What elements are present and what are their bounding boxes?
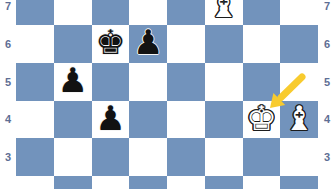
square-h3[interactable] xyxy=(280,138,318,176)
piece-white-bishop[interactable]: ♝ xyxy=(208,0,238,24)
square-g7[interactable] xyxy=(243,0,281,25)
square-e7[interactable] xyxy=(167,0,205,25)
rank-label-left-5: 5 xyxy=(0,75,16,89)
piece-black-pawn[interactable]: ♟ xyxy=(57,62,87,99)
rank-label-right-6: 6 xyxy=(318,37,336,51)
rank-label-left-6: 6 xyxy=(0,37,16,51)
square-c7[interactable] xyxy=(92,0,130,25)
square-d5[interactable] xyxy=(129,63,167,101)
square-a7[interactable] xyxy=(16,0,54,25)
square-c5[interactable] xyxy=(92,63,130,101)
square-e5[interactable] xyxy=(167,63,205,101)
square-b2[interactable] xyxy=(54,176,92,189)
square-g5[interactable] xyxy=(243,63,281,101)
square-c3[interactable] xyxy=(92,138,130,176)
square-g6[interactable] xyxy=(243,25,281,63)
square-a4[interactable] xyxy=(16,101,54,139)
rank-label-right-7: 7 xyxy=(318,0,336,13)
square-f6[interactable] xyxy=(205,25,243,63)
square-h5[interactable] xyxy=(280,63,318,101)
square-e6[interactable] xyxy=(167,25,205,63)
rank-label-left-4: 4 xyxy=(0,112,16,126)
square-b6[interactable] xyxy=(54,25,92,63)
square-h7[interactable] xyxy=(280,0,318,25)
square-d4[interactable] xyxy=(129,101,167,139)
square-h4[interactable]: ♝ xyxy=(280,101,318,139)
square-a5[interactable] xyxy=(16,63,54,101)
square-e3[interactable] xyxy=(167,138,205,176)
rank-label-right-5: 5 xyxy=(318,75,336,89)
piece-black-king[interactable]: ♚ xyxy=(95,24,125,61)
square-f4[interactable] xyxy=(205,101,243,139)
piece-black-pawn[interactable]: ♟ xyxy=(133,24,163,61)
square-g2[interactable] xyxy=(243,176,281,189)
chess-board: ♝♚♟♟♟♚♝ xyxy=(16,0,318,189)
square-c2[interactable] xyxy=(92,176,130,189)
square-d6[interactable]: ♟ xyxy=(129,25,167,63)
rank-label-right-3: 3 xyxy=(318,150,336,164)
square-b7[interactable] xyxy=(54,0,92,25)
square-d2[interactable] xyxy=(129,176,167,189)
chess-diagram: ♝♚♟♟♟♚♝ 7654376543 xyxy=(0,0,336,189)
square-f7[interactable]: ♝ xyxy=(205,0,243,25)
square-f3[interactable] xyxy=(205,138,243,176)
square-a2[interactable] xyxy=(16,176,54,189)
square-b3[interactable] xyxy=(54,138,92,176)
square-b5[interactable]: ♟ xyxy=(54,63,92,101)
rank-label-right-4: 4 xyxy=(318,112,336,126)
piece-black-pawn[interactable]: ♟ xyxy=(95,100,125,137)
square-c6[interactable]: ♚ xyxy=(92,25,130,63)
square-h2[interactable] xyxy=(280,176,318,189)
rank-label-left-7: 7 xyxy=(0,0,16,13)
square-e4[interactable] xyxy=(167,101,205,139)
square-f2[interactable] xyxy=(205,176,243,189)
rank-label-left-3: 3 xyxy=(0,150,16,164)
square-c4[interactable]: ♟ xyxy=(92,101,130,139)
square-d7[interactable] xyxy=(129,0,167,25)
square-b4[interactable] xyxy=(54,101,92,139)
piece-white-king[interactable]: ♚ xyxy=(246,100,276,137)
square-a3[interactable] xyxy=(16,138,54,176)
square-e2[interactable] xyxy=(167,176,205,189)
square-a6[interactable] xyxy=(16,25,54,63)
square-g3[interactable] xyxy=(243,138,281,176)
piece-white-bishop[interactable]: ♝ xyxy=(284,100,314,137)
square-d3[interactable] xyxy=(129,138,167,176)
square-h6[interactable] xyxy=(280,25,318,63)
square-f5[interactable] xyxy=(205,63,243,101)
square-g4[interactable]: ♚ xyxy=(243,101,281,139)
